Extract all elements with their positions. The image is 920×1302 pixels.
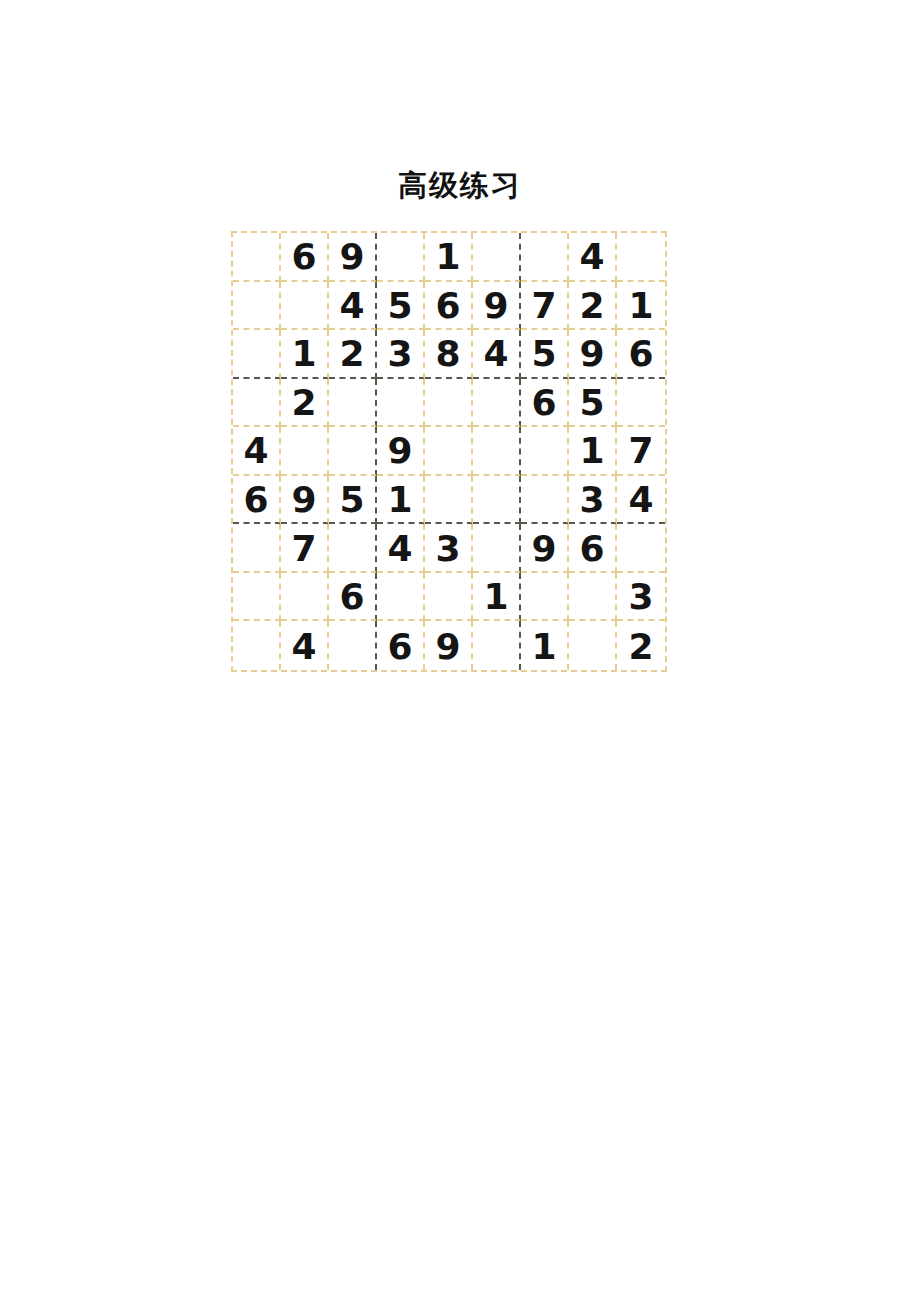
cell-r4c5 — [425, 379, 473, 428]
cell-r6c6 — [473, 476, 521, 525]
cell-r4c6 — [473, 379, 521, 428]
sudoku-grid: 6914456972112384596265491769513474396613… — [231, 231, 667, 672]
cell-r7c1 — [233, 524, 281, 573]
cell-r5c6 — [473, 427, 521, 476]
cell-r6c2: 9 — [281, 476, 329, 525]
cell-r8c7 — [521, 573, 569, 622]
cell-r1c4 — [377, 233, 425, 282]
cell-r7c5: 3 — [425, 524, 473, 573]
cell-r7c7: 9 — [521, 524, 569, 573]
cell-r9c8 — [569, 621, 617, 670]
cell-r1c2: 6 — [281, 233, 329, 282]
cell-r3c9: 6 — [617, 330, 665, 379]
cell-r7c3 — [329, 524, 377, 573]
cell-r9c1 — [233, 621, 281, 670]
cell-r2c4: 5 — [377, 282, 425, 331]
cell-r9c7: 1 — [521, 621, 569, 670]
cell-r1c3: 9 — [329, 233, 377, 282]
cell-r7c6 — [473, 524, 521, 573]
cell-r1c9 — [617, 233, 665, 282]
cell-r8c5 — [425, 573, 473, 622]
cell-r4c9 — [617, 379, 665, 428]
cell-r3c2: 1 — [281, 330, 329, 379]
cell-r5c7 — [521, 427, 569, 476]
cell-r2c2 — [281, 282, 329, 331]
cell-r9c9: 2 — [617, 621, 665, 670]
cell-r4c1 — [233, 379, 281, 428]
cell-r1c7 — [521, 233, 569, 282]
cell-r4c2: 2 — [281, 379, 329, 428]
cell-r3c7: 5 — [521, 330, 569, 379]
cell-r4c8: 5 — [569, 379, 617, 428]
cell-r5c5 — [425, 427, 473, 476]
cell-r1c8: 4 — [569, 233, 617, 282]
cell-r2c5: 6 — [425, 282, 473, 331]
cell-r8c1 — [233, 573, 281, 622]
cell-r4c4 — [377, 379, 425, 428]
cell-r2c1 — [233, 282, 281, 331]
cell-r5c2 — [281, 427, 329, 476]
cell-r5c1: 4 — [233, 427, 281, 476]
cell-r6c4: 1 — [377, 476, 425, 525]
cell-r2c7: 7 — [521, 282, 569, 331]
cell-r2c3: 4 — [329, 282, 377, 331]
cell-r2c8: 2 — [569, 282, 617, 331]
cell-r6c7 — [521, 476, 569, 525]
cell-r6c9: 4 — [617, 476, 665, 525]
cell-r7c8: 6 — [569, 524, 617, 573]
cell-r3c6: 4 — [473, 330, 521, 379]
cell-r8c3: 6 — [329, 573, 377, 622]
cell-r3c1 — [233, 330, 281, 379]
cell-r8c4 — [377, 573, 425, 622]
cell-r6c5 — [425, 476, 473, 525]
cell-r3c8: 9 — [569, 330, 617, 379]
cell-r4c7: 6 — [521, 379, 569, 428]
cell-r9c5: 9 — [425, 621, 473, 670]
cell-r6c3: 5 — [329, 476, 377, 525]
cell-r5c9: 7 — [617, 427, 665, 476]
cell-r6c8: 3 — [569, 476, 617, 525]
cell-r5c3 — [329, 427, 377, 476]
cell-r7c2: 7 — [281, 524, 329, 573]
cell-r7c9 — [617, 524, 665, 573]
cell-r8c8 — [569, 573, 617, 622]
cell-r2c6: 9 — [473, 282, 521, 331]
cell-r1c5: 1 — [425, 233, 473, 282]
cell-r1c1 — [233, 233, 281, 282]
cell-r8c9: 3 — [617, 573, 665, 622]
cell-r3c5: 8 — [425, 330, 473, 379]
cell-r9c3 — [329, 621, 377, 670]
cell-r9c6 — [473, 621, 521, 670]
page-title: 高级练习 — [0, 166, 920, 206]
cell-r9c2: 4 — [281, 621, 329, 670]
cell-r5c4: 9 — [377, 427, 425, 476]
cell-r3c3: 2 — [329, 330, 377, 379]
cell-r7c4: 4 — [377, 524, 425, 573]
cell-r8c2 — [281, 573, 329, 622]
cell-r2c9: 1 — [617, 282, 665, 331]
cell-r6c1: 6 — [233, 476, 281, 525]
cell-r3c4: 3 — [377, 330, 425, 379]
cell-r5c8: 1 — [569, 427, 617, 476]
cell-r8c6: 1 — [473, 573, 521, 622]
cell-r1c6 — [473, 233, 521, 282]
cell-r9c4: 6 — [377, 621, 425, 670]
cell-r4c3 — [329, 379, 377, 428]
